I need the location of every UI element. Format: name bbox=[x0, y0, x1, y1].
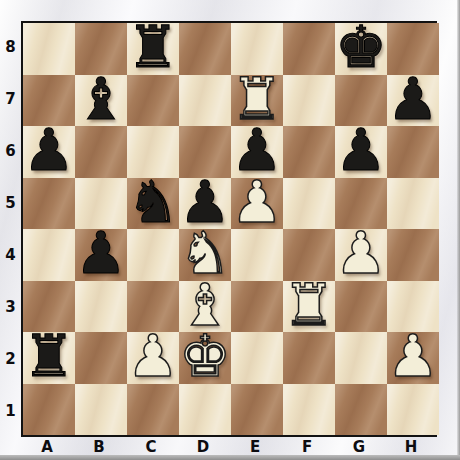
square-f5[interactable] bbox=[283, 178, 335, 230]
square-b6[interactable] bbox=[75, 126, 127, 178]
square-f2[interactable] bbox=[283, 332, 335, 384]
rank-label-8: 8 bbox=[0, 21, 21, 73]
square-c5[interactable]: ♞ bbox=[127, 178, 179, 230]
square-f7[interactable] bbox=[283, 75, 335, 127]
square-g8[interactable]: ♚ bbox=[335, 23, 387, 75]
square-a2[interactable]: ♜ bbox=[23, 332, 75, 384]
rank-label-1: 1 bbox=[0, 385, 21, 437]
black-pawn[interactable]: ♟ bbox=[75, 227, 127, 279]
square-d1[interactable] bbox=[179, 384, 231, 436]
file-label-g: G bbox=[333, 437, 385, 456]
square-g6[interactable]: ♟ bbox=[335, 126, 387, 178]
rank-label-6: 6 bbox=[0, 125, 21, 177]
black-rook[interactable]: ♜ bbox=[23, 330, 75, 382]
black-rook[interactable]: ♜ bbox=[127, 21, 179, 73]
file-label-h: H bbox=[385, 437, 437, 456]
square-a4[interactable] bbox=[23, 229, 75, 281]
square-h7[interactable]: ♟ bbox=[387, 75, 439, 127]
square-f3[interactable]: ♜ bbox=[283, 281, 335, 333]
rank-labels: 87654321 bbox=[0, 21, 21, 437]
rank-label-7: 7 bbox=[0, 73, 21, 125]
rank-label-3: 3 bbox=[0, 281, 21, 333]
square-d7[interactable] bbox=[179, 75, 231, 127]
rank-label-2: 2 bbox=[0, 333, 21, 385]
square-a5[interactable] bbox=[23, 178, 75, 230]
black-knight[interactable]: ♞ bbox=[127, 176, 179, 228]
file-label-e: E bbox=[229, 437, 281, 456]
square-e4[interactable] bbox=[231, 229, 283, 281]
white-pawn[interactable]: ♟ bbox=[127, 330, 179, 382]
square-d8[interactable] bbox=[179, 23, 231, 75]
board: ♜♚♝♜♟♟♟♟♞♟♟♟♞♟♝♜♜♟♚♟ bbox=[21, 21, 437, 437]
square-a1[interactable] bbox=[23, 384, 75, 436]
square-e2[interactable] bbox=[231, 332, 283, 384]
black-pawn[interactable]: ♟ bbox=[23, 124, 75, 176]
square-f1[interactable] bbox=[283, 384, 335, 436]
square-b1[interactable] bbox=[75, 384, 127, 436]
black-pawn[interactable]: ♟ bbox=[387, 73, 439, 125]
square-h2[interactable]: ♟ bbox=[387, 332, 439, 384]
square-h1[interactable] bbox=[387, 384, 439, 436]
square-a8[interactable] bbox=[23, 23, 75, 75]
square-g1[interactable] bbox=[335, 384, 387, 436]
chess-diagram: 87654321 ♜♚♝♜♟♟♟♟♞♟♟♟♞♟♝♜♜♟♚♟ ABCDEFGH bbox=[0, 0, 460, 460]
white-pawn[interactable]: ♟ bbox=[335, 227, 387, 279]
square-b3[interactable] bbox=[75, 281, 127, 333]
square-c7[interactable] bbox=[127, 75, 179, 127]
square-c4[interactable] bbox=[127, 229, 179, 281]
square-h4[interactable] bbox=[387, 229, 439, 281]
black-bishop[interactable]: ♝ bbox=[75, 73, 127, 125]
file-label-b: B bbox=[73, 437, 125, 456]
square-b4[interactable]: ♟ bbox=[75, 229, 127, 281]
file-label-f: F bbox=[281, 437, 333, 456]
square-g3[interactable] bbox=[335, 281, 387, 333]
file-labels: ABCDEFGH bbox=[21, 437, 437, 456]
black-pawn[interactable]: ♟ bbox=[335, 124, 387, 176]
square-e5[interactable]: ♟ bbox=[231, 178, 283, 230]
black-king[interactable]: ♚ bbox=[335, 21, 387, 73]
square-c1[interactable] bbox=[127, 384, 179, 436]
square-g4[interactable]: ♟ bbox=[335, 229, 387, 281]
square-h5[interactable] bbox=[387, 178, 439, 230]
white-rook[interactable]: ♜ bbox=[283, 279, 335, 331]
file-label-d: D bbox=[177, 437, 229, 456]
square-b7[interactable]: ♝ bbox=[75, 75, 127, 127]
square-a6[interactable]: ♟ bbox=[23, 126, 75, 178]
square-b2[interactable] bbox=[75, 332, 127, 384]
canvas-edge-shadow-bottom bbox=[0, 455, 460, 460]
square-f8[interactable] bbox=[283, 23, 335, 75]
square-d2[interactable]: ♚ bbox=[179, 332, 231, 384]
rank-label-4: 4 bbox=[0, 229, 21, 281]
square-h6[interactable] bbox=[387, 126, 439, 178]
square-c8[interactable]: ♜ bbox=[127, 23, 179, 75]
square-f6[interactable] bbox=[283, 126, 335, 178]
square-e1[interactable] bbox=[231, 384, 283, 436]
white-pawn[interactable]: ♟ bbox=[231, 176, 283, 228]
white-pawn[interactable]: ♟ bbox=[387, 330, 439, 382]
square-g2[interactable] bbox=[335, 332, 387, 384]
square-c2[interactable]: ♟ bbox=[127, 332, 179, 384]
file-label-c: C bbox=[125, 437, 177, 456]
file-label-a: A bbox=[21, 437, 73, 456]
square-e3[interactable] bbox=[231, 281, 283, 333]
rank-label-5: 5 bbox=[0, 177, 21, 229]
white-king[interactable]: ♚ bbox=[179, 330, 231, 382]
